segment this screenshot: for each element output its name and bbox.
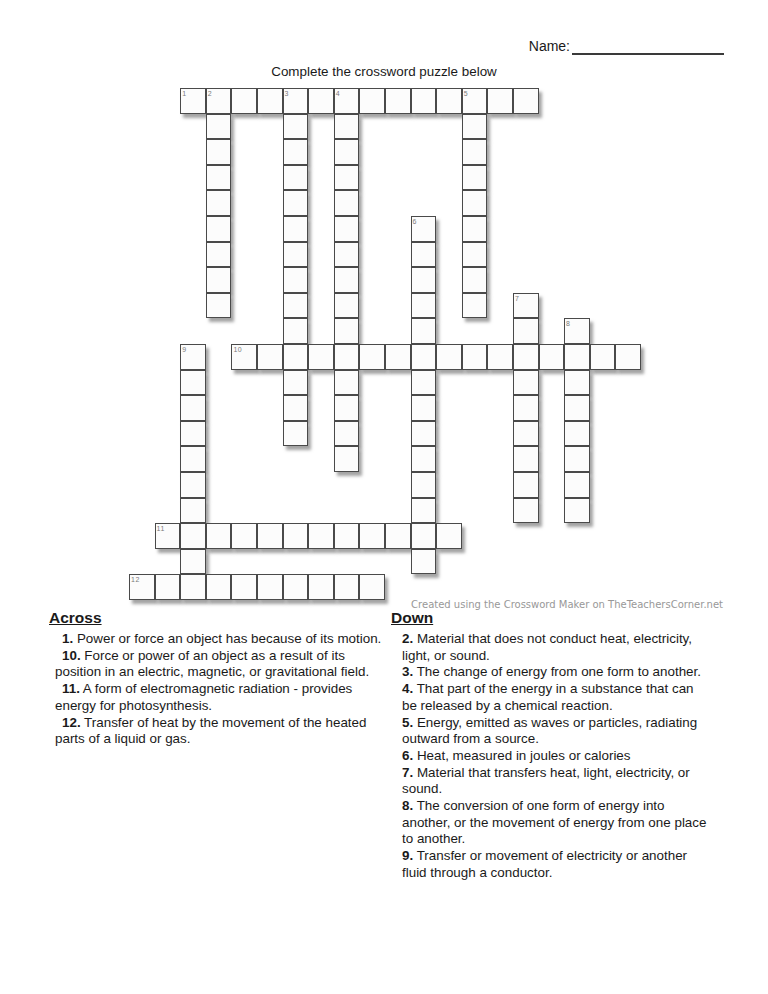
grid-cell-r0c8[interactable]: 4 xyxy=(334,88,360,114)
clue-item: 10. Force or power of an object as a res… xyxy=(49,648,389,681)
grid-cell-r10c18[interactable] xyxy=(590,344,616,370)
grid-cell-r0c2[interactable]: 1 xyxy=(180,88,206,114)
grid-cell-r8c3[interactable] xyxy=(206,293,232,319)
grid-cell-r15c11[interactable] xyxy=(411,472,437,498)
grid-cell-r4c3[interactable] xyxy=(206,190,232,216)
grid-cell-r10c19[interactable] xyxy=(615,344,641,370)
grid-cell-r0c11[interactable] xyxy=(411,88,437,114)
grid-cell-r0c14[interactable] xyxy=(487,88,513,114)
clue-number: 12. xyxy=(62,715,81,730)
grid-cell-r2c13[interactable] xyxy=(462,139,488,165)
grid-cell-r0c5[interactable] xyxy=(257,88,283,114)
grid-cell-r17c12[interactable] xyxy=(436,523,462,549)
grid-cell-r1c6[interactable] xyxy=(283,114,309,140)
clue-item: 1. Power or force an object has because … xyxy=(49,631,389,648)
grid-cell-r19c4[interactable] xyxy=(231,574,257,600)
name-label: Name: xyxy=(529,38,570,55)
cell-number-label: 8 xyxy=(566,319,570,328)
clue-number: 10. xyxy=(62,648,81,663)
grid-cell-r10c2[interactable]: 9 xyxy=(180,344,206,370)
cell-number-label: 12 xyxy=(131,575,140,584)
grid-cell-r19c6[interactable] xyxy=(283,574,309,600)
grid-cell-r5c8[interactable] xyxy=(334,216,360,242)
grid-cell-r6c8[interactable] xyxy=(334,242,360,268)
grid-cell-r7c8[interactable] xyxy=(334,267,360,293)
across-clue-list: 1. Power or force an object has because … xyxy=(49,631,389,748)
grid-cell-r11c2[interactable] xyxy=(180,370,206,396)
grid-cell-r8c13[interactable] xyxy=(462,293,488,319)
cell-number-label: 4 xyxy=(336,89,340,98)
grid-cell-r19c2[interactable] xyxy=(180,574,206,600)
grid-cell-r1c13[interactable] xyxy=(462,114,488,140)
grid-cell-r17c3[interactable] xyxy=(206,523,232,549)
grid-cell-r7c11[interactable] xyxy=(411,267,437,293)
crossword-grid: 123456789101112 xyxy=(129,88,641,600)
page-title: Complete the crossword puzzle below xyxy=(0,64,768,79)
grid-cell-r17c2[interactable] xyxy=(180,523,206,549)
grid-cell-r13c17[interactable] xyxy=(564,421,590,447)
grid-cell-r15c2[interactable] xyxy=(180,472,206,498)
grid-cell-r10c13[interactable] xyxy=(462,344,488,370)
grid-cell-r17c11[interactable] xyxy=(411,523,437,549)
grid-cell-r18c11[interactable] xyxy=(411,549,437,575)
down-heading: Down xyxy=(391,608,722,627)
cell-number-label: 10 xyxy=(233,345,242,354)
clue-number: 1. xyxy=(62,631,73,646)
grid-cell-r11c17[interactable] xyxy=(564,370,590,396)
grid-cell-r1c8[interactable] xyxy=(334,114,360,140)
grid-cell-r10c12[interactable] xyxy=(436,344,462,370)
grid-cell-r10c17[interactable] xyxy=(564,344,590,370)
grid-cell-r9c6[interactable] xyxy=(283,318,309,344)
down-clue-list: 2. Material that does not conduct heat, … xyxy=(391,631,722,882)
clue-number: 6. xyxy=(402,748,413,763)
grid-cell-r12c2[interactable] xyxy=(180,395,206,421)
clue-number: 8. xyxy=(402,798,413,813)
grid-cell-r11c15[interactable] xyxy=(513,370,539,396)
down-clues-section: Down 2. Material that does not conduct h… xyxy=(391,608,722,882)
clue-number: 4. xyxy=(402,681,413,696)
grid-cell-r16c11[interactable] xyxy=(411,498,437,524)
grid-cell-r16c2[interactable] xyxy=(180,498,206,524)
grid-cell-r12c17[interactable] xyxy=(564,395,590,421)
grid-cell-r6c3[interactable] xyxy=(206,242,232,268)
grid-cell-r19c5[interactable] xyxy=(257,574,283,600)
cell-number-label: 9 xyxy=(182,345,186,354)
grid-cell-r17c9[interactable] xyxy=(359,523,385,549)
grid-cell-r16c17[interactable] xyxy=(564,498,590,524)
grid-cell-r0c7[interactable] xyxy=(308,88,334,114)
cell-number-label: 2 xyxy=(208,89,212,98)
grid-cell-r15c17[interactable] xyxy=(564,472,590,498)
grid-cell-r0c4[interactable] xyxy=(231,88,257,114)
grid-cell-r3c6[interactable] xyxy=(283,165,309,191)
grid-cell-r13c8[interactable] xyxy=(334,421,360,447)
grid-cell-r6c13[interactable] xyxy=(462,242,488,268)
clue-item: 3. The change of energy from one form to… xyxy=(391,664,711,681)
grid-cell-r10c7[interactable] xyxy=(308,344,334,370)
grid-cell-r9c17[interactable]: 8 xyxy=(564,318,590,344)
grid-cell-r17c1[interactable]: 11 xyxy=(155,523,181,549)
grid-cell-r5c11[interactable]: 6 xyxy=(411,216,437,242)
grid-cell-r10c5[interactable] xyxy=(257,344,283,370)
clue-number: 11. xyxy=(62,681,80,696)
across-clues-section: Across 1. Power or force an object has b… xyxy=(49,608,389,748)
cell-number-label: 1 xyxy=(182,89,186,98)
grid-cell-r8c15[interactable]: 7 xyxy=(513,293,539,319)
grid-cell-r17c4[interactable] xyxy=(231,523,257,549)
name-input-line[interactable] xyxy=(572,40,724,55)
clue-number: 9. xyxy=(402,848,413,863)
grid-cell-r14c11[interactable] xyxy=(411,446,437,472)
grid-cell-r10c9[interactable] xyxy=(359,344,385,370)
grid-cell-r9c15[interactable] xyxy=(513,318,539,344)
cell-number-label: 5 xyxy=(464,89,468,98)
clue-item: 4. That part of the energy in a substanc… xyxy=(391,681,711,714)
grid-cell-r17c8[interactable] xyxy=(334,523,360,549)
grid-cell-r12c15[interactable] xyxy=(513,395,539,421)
grid-cell-r2c3[interactable] xyxy=(206,139,232,165)
grid-cell-r11c6[interactable] xyxy=(283,370,309,396)
clue-number: 3. xyxy=(402,664,413,679)
grid-cell-r17c10[interactable] xyxy=(385,523,411,549)
grid-cell-r8c11[interactable] xyxy=(411,293,437,319)
clue-item: 2. Material that does not conduct heat, … xyxy=(391,631,711,664)
grid-cell-r7c6[interactable] xyxy=(283,267,309,293)
worksheet-page: Name: Complete the crossword puzzle belo… xyxy=(0,0,768,994)
grid-cell-r6c11[interactable] xyxy=(411,242,437,268)
grid-cell-r10c11[interactable] xyxy=(411,344,437,370)
name-field-row: Name: xyxy=(529,38,724,55)
grid-cell-r5c3[interactable] xyxy=(206,216,232,242)
cell-number-label: 11 xyxy=(157,524,165,533)
clue-item: 5. Energy, emitted as waves or particles… xyxy=(391,715,711,748)
grid-cell-r6c6[interactable] xyxy=(283,242,309,268)
grid-cell-r1c3[interactable] xyxy=(206,114,232,140)
clue-number: 2. xyxy=(402,631,413,646)
grid-cell-r10c10[interactable] xyxy=(385,344,411,370)
cell-number-label: 7 xyxy=(515,294,519,303)
grid-cell-r17c5[interactable] xyxy=(257,523,283,549)
grid-cell-r10c4[interactable]: 10 xyxy=(231,344,257,370)
clue-item: 7. Material that transfers heat, light, … xyxy=(391,765,711,798)
grid-cell-r17c6[interactable] xyxy=(283,523,309,549)
grid-cell-r10c8[interactable] xyxy=(334,344,360,370)
grid-cell-r16c15[interactable] xyxy=(513,498,539,524)
grid-cell-r14c8[interactable] xyxy=(334,446,360,472)
grid-cell-r8c6[interactable] xyxy=(283,293,309,319)
grid-cell-r5c6[interactable] xyxy=(283,216,309,242)
grid-cell-r19c9[interactable] xyxy=(359,574,385,600)
cell-number-label: 6 xyxy=(413,217,417,226)
grid-cell-r19c0[interactable]: 12 xyxy=(129,574,155,600)
grid-cell-r10c16[interactable] xyxy=(539,344,565,370)
clue-number: 5. xyxy=(402,715,413,730)
grid-cell-r19c1[interactable] xyxy=(155,574,181,600)
clue-item: 6. Heat, measured in joules or calories xyxy=(391,748,711,765)
grid-cell-r11c11[interactable] xyxy=(411,370,437,396)
grid-cell-r0c12[interactable] xyxy=(436,88,462,114)
grid-cell-r8c8[interactable] xyxy=(334,293,360,319)
clue-item: 8. The conversion of one form of energy … xyxy=(391,798,711,848)
grid-cell-r0c15[interactable] xyxy=(513,88,539,114)
grid-cell-r7c3[interactable] xyxy=(206,267,232,293)
grid-cell-r13c2[interactable] xyxy=(180,421,206,447)
grid-cell-r2c6[interactable] xyxy=(283,139,309,165)
grid-cell-r9c11[interactable] xyxy=(411,318,437,344)
grid-cell-r0c10[interactable] xyxy=(385,88,411,114)
grid-cell-r15c15[interactable] xyxy=(513,472,539,498)
grid-cell-r0c13[interactable]: 5 xyxy=(462,88,488,114)
across-heading: Across xyxy=(49,608,389,627)
grid-cell-r0c6[interactable]: 3 xyxy=(283,88,309,114)
grid-cell-r19c3[interactable] xyxy=(206,574,232,600)
clue-item: 9. Transfer or movement of electricity o… xyxy=(391,848,711,881)
grid-cell-r4c6[interactable] xyxy=(283,190,309,216)
grid-cell-r11c8[interactable] xyxy=(334,370,360,396)
grid-cell-r14c17[interactable] xyxy=(564,446,590,472)
grid-cell-r4c8[interactable] xyxy=(334,190,360,216)
grid-cell-r13c11[interactable] xyxy=(411,421,437,447)
grid-cell-r12c8[interactable] xyxy=(334,395,360,421)
grid-cell-r13c15[interactable] xyxy=(513,421,539,447)
clue-item: 11. A form of electromagnetic radiation … xyxy=(49,681,389,714)
grid-cell-r12c6[interactable] xyxy=(283,395,309,421)
grid-cell-r12c11[interactable] xyxy=(411,395,437,421)
grid-cell-r10c6[interactable] xyxy=(283,344,309,370)
grid-cell-r13c6[interactable] xyxy=(283,421,309,447)
grid-cell-r14c15[interactable] xyxy=(513,446,539,472)
grid-cell-r2c8[interactable] xyxy=(334,139,360,165)
grid-cell-r19c8[interactable] xyxy=(334,574,360,600)
grid-cell-r7c13[interactable] xyxy=(462,267,488,293)
grid-cell-r18c2[interactable] xyxy=(180,549,206,575)
clue-item: 12. Transfer of heat by the movement of … xyxy=(49,715,389,748)
grid-cell-r5c13[interactable] xyxy=(462,216,488,242)
grid-cell-r14c2[interactable] xyxy=(180,446,206,472)
grid-cell-r9c8[interactable] xyxy=(334,318,360,344)
grid-cell-r10c14[interactable] xyxy=(487,344,513,370)
grid-cell-r3c8[interactable] xyxy=(334,165,360,191)
clue-number: 7. xyxy=(402,765,413,780)
grid-cell-r0c9[interactable] xyxy=(359,88,385,114)
cell-number-label: 3 xyxy=(285,89,289,98)
grid-cell-r4c13[interactable] xyxy=(462,190,488,216)
grid-cell-r3c13[interactable] xyxy=(462,165,488,191)
grid-cell-r10c15[interactable] xyxy=(513,344,539,370)
grid-cell-r0c3[interactable]: 2 xyxy=(206,88,232,114)
grid-cell-r19c7[interactable] xyxy=(308,574,334,600)
grid-cell-r17c7[interactable] xyxy=(308,523,334,549)
grid-cell-r3c3[interactable] xyxy=(206,165,232,191)
